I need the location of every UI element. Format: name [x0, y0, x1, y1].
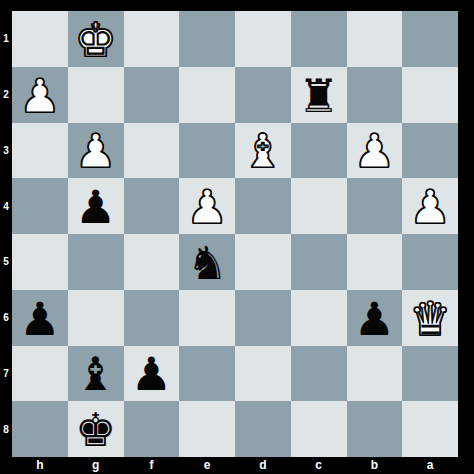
rank-label-2: 2 — [0, 67, 12, 123]
square-d3[interactable]: ♝ — [235, 123, 291, 179]
white-king[interactable]: ♚ — [75, 17, 116, 63]
rank-label-5: 5 — [0, 234, 12, 290]
rank-labels: 12345678 — [0, 11, 12, 457]
chess-board[interactable]: ♚♟♜♟♝♟♟♟♟♞♟♟♛♝♟♚ — [12, 11, 458, 457]
square-a7[interactable] — [402, 346, 458, 402]
square-a3[interactable] — [402, 123, 458, 179]
square-h1[interactable] — [12, 11, 68, 67]
square-c6[interactable] — [291, 290, 347, 346]
square-b6[interactable]: ♟ — [347, 290, 403, 346]
square-c5[interactable] — [291, 234, 347, 290]
rank-label-1: 1 — [0, 11, 12, 67]
square-h5[interactable] — [12, 234, 68, 290]
square-b1[interactable] — [347, 11, 403, 67]
square-c8[interactable] — [291, 401, 347, 457]
file-label-c: c — [291, 457, 347, 474]
black-bishop[interactable]: ♝ — [75, 351, 116, 397]
square-f1[interactable] — [124, 11, 180, 67]
square-f8[interactable] — [124, 401, 180, 457]
rank-label-6: 6 — [0, 290, 12, 346]
square-c4[interactable] — [291, 178, 347, 234]
square-d4[interactable] — [235, 178, 291, 234]
square-a5[interactable] — [402, 234, 458, 290]
chess-diagram: 12345678 ♚♟♜♟♝♟♟♟♟♞♟♟♛♝♟♚ hgfedcba — [0, 0, 474, 474]
square-e8[interactable] — [179, 401, 235, 457]
square-a2[interactable] — [402, 67, 458, 123]
square-e7[interactable] — [179, 346, 235, 402]
white-pawn[interactable]: ♟ — [410, 184, 451, 230]
square-e1[interactable] — [179, 11, 235, 67]
white-queen[interactable]: ♛ — [410, 296, 451, 342]
square-g6[interactable] — [68, 290, 124, 346]
square-b2[interactable] — [347, 67, 403, 123]
square-a1[interactable] — [402, 11, 458, 67]
square-e4[interactable]: ♟ — [179, 178, 235, 234]
square-f3[interactable] — [124, 123, 180, 179]
square-f4[interactable] — [124, 178, 180, 234]
square-h7[interactable] — [12, 346, 68, 402]
square-b3[interactable]: ♟ — [347, 123, 403, 179]
square-b8[interactable] — [347, 401, 403, 457]
file-label-d: d — [235, 457, 291, 474]
white-pawn[interactable]: ♟ — [19, 73, 60, 119]
black-pawn[interactable]: ♟ — [19, 296, 60, 342]
square-f5[interactable] — [124, 234, 180, 290]
black-knight[interactable]: ♞ — [187, 240, 228, 286]
file-label-g: g — [68, 457, 124, 474]
square-a4[interactable]: ♟ — [402, 178, 458, 234]
square-c1[interactable] — [291, 11, 347, 67]
square-e6[interactable] — [179, 290, 235, 346]
white-pawn[interactable]: ♟ — [187, 184, 228, 230]
square-d8[interactable] — [235, 401, 291, 457]
white-pawn[interactable]: ♟ — [354, 128, 395, 174]
rank-label-3: 3 — [0, 123, 12, 179]
file-label-e: e — [179, 457, 235, 474]
square-f6[interactable] — [124, 290, 180, 346]
file-label-b: b — [347, 457, 403, 474]
square-g5[interactable] — [68, 234, 124, 290]
square-e5[interactable]: ♞ — [179, 234, 235, 290]
rank-label-7: 7 — [0, 346, 12, 402]
square-g2[interactable] — [68, 67, 124, 123]
square-d6[interactable] — [235, 290, 291, 346]
file-label-h: h — [12, 457, 68, 474]
square-g8[interactable]: ♚ — [68, 401, 124, 457]
black-king[interactable]: ♚ — [75, 407, 116, 453]
file-label-f: f — [124, 457, 180, 474]
square-e3[interactable] — [179, 123, 235, 179]
black-pawn[interactable]: ♟ — [131, 351, 172, 397]
file-label-a: a — [402, 457, 458, 474]
square-a6[interactable]: ♛ — [402, 290, 458, 346]
square-g4[interactable]: ♟ — [68, 178, 124, 234]
square-h6[interactable]: ♟ — [12, 290, 68, 346]
square-e2[interactable] — [179, 67, 235, 123]
square-g1[interactable]: ♚ — [68, 11, 124, 67]
black-pawn[interactable]: ♟ — [75, 184, 116, 230]
square-h3[interactable] — [12, 123, 68, 179]
square-b5[interactable] — [347, 234, 403, 290]
rank-label-8: 8 — [0, 401, 12, 457]
square-c3[interactable] — [291, 123, 347, 179]
square-f2[interactable] — [124, 67, 180, 123]
square-g3[interactable]: ♟ — [68, 123, 124, 179]
square-b4[interactable] — [347, 178, 403, 234]
square-d1[interactable] — [235, 11, 291, 67]
square-h4[interactable] — [12, 178, 68, 234]
square-d2[interactable] — [235, 67, 291, 123]
square-b7[interactable] — [347, 346, 403, 402]
square-d5[interactable] — [235, 234, 291, 290]
square-g7[interactable]: ♝ — [68, 346, 124, 402]
rank-label-4: 4 — [0, 178, 12, 234]
white-pawn[interactable]: ♟ — [75, 128, 116, 174]
white-bishop[interactable]: ♝ — [242, 128, 283, 174]
file-labels: hgfedcba — [12, 457, 458, 474]
square-c2[interactable]: ♜ — [291, 67, 347, 123]
square-a8[interactable] — [402, 401, 458, 457]
black-rook[interactable]: ♜ — [298, 73, 339, 119]
square-d7[interactable] — [235, 346, 291, 402]
square-h2[interactable]: ♟ — [12, 67, 68, 123]
black-pawn[interactable]: ♟ — [354, 296, 395, 342]
square-f7[interactable]: ♟ — [124, 346, 180, 402]
square-h8[interactable] — [12, 401, 68, 457]
square-c7[interactable] — [291, 346, 347, 402]
